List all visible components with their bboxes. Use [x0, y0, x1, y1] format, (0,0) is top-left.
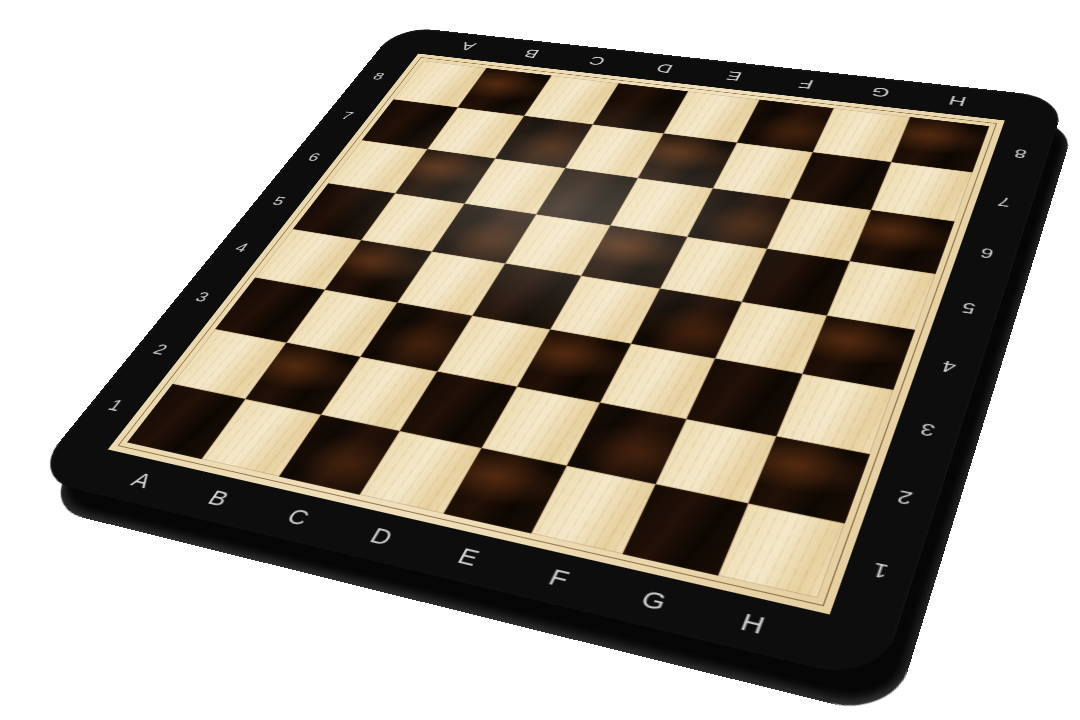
scene: ABCDEFGH ABCDEFGH 87654321 87654321 — [0, 0, 1080, 720]
chess-board: ABCDEFGH ABCDEFGH 87654321 87654321 — [30, 26, 1066, 683]
